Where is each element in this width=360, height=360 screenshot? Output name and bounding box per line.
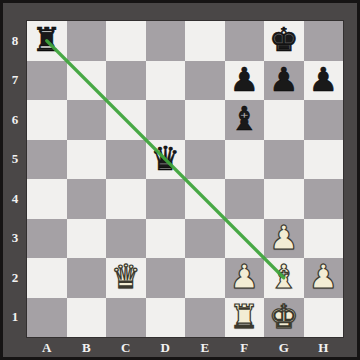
- black-queen-d5[interactable]: ♛: [150, 142, 180, 175]
- square-f7[interactable]: ♟: [225, 61, 265, 101]
- square-e6[interactable]: [185, 100, 225, 140]
- rank-label-8: 8: [3, 21, 27, 61]
- square-e2[interactable]: [185, 258, 225, 298]
- square-e3[interactable]: [185, 219, 225, 259]
- square-d7[interactable]: [146, 61, 186, 101]
- square-b2[interactable]: [67, 258, 107, 298]
- square-a4[interactable]: [27, 179, 67, 219]
- square-b1[interactable]: [67, 298, 107, 338]
- square-e5[interactable]: [185, 140, 225, 180]
- square-e8[interactable]: [185, 21, 225, 61]
- square-b7[interactable]: [67, 61, 107, 101]
- file-label-e: E: [185, 337, 225, 358]
- square-d2[interactable]: [146, 258, 186, 298]
- rank-labels: 87654321: [3, 21, 27, 337]
- rank-label-5: 5: [3, 140, 27, 180]
- black-pawn-h7[interactable]: ♟: [308, 63, 338, 96]
- white-pawn-h2[interactable]: ♟: [308, 260, 338, 293]
- square-g3[interactable]: ♟: [264, 219, 304, 259]
- file-label-d: D: [146, 337, 186, 358]
- square-g5[interactable]: [264, 140, 304, 180]
- rank-label-3: 3: [3, 219, 27, 259]
- black-king-g8[interactable]: ♚: [269, 23, 299, 56]
- square-f1[interactable]: ♜: [225, 298, 265, 338]
- square-g2[interactable]: ♝: [264, 258, 304, 298]
- white-queen-c2[interactable]: ♛: [111, 260, 141, 293]
- rank-label-2: 2: [3, 258, 27, 298]
- square-a8[interactable]: ♜: [27, 21, 67, 61]
- square-d1[interactable]: [146, 298, 186, 338]
- square-e4[interactable]: [185, 179, 225, 219]
- square-f5[interactable]: [225, 140, 265, 180]
- rank-label-4: 4: [3, 179, 27, 219]
- black-pawn-f7[interactable]: ♟: [229, 63, 259, 96]
- square-h4[interactable]: [304, 179, 344, 219]
- file-label-f: F: [225, 337, 265, 358]
- square-d6[interactable]: [146, 100, 186, 140]
- square-f2[interactable]: ♟: [225, 258, 265, 298]
- file-label-a: A: [27, 337, 67, 358]
- square-a1[interactable]: [27, 298, 67, 338]
- square-b4[interactable]: [67, 179, 107, 219]
- square-g4[interactable]: [264, 179, 304, 219]
- square-b3[interactable]: [67, 219, 107, 259]
- white-pawn-f2[interactable]: ♟: [229, 260, 259, 293]
- square-h5[interactable]: [304, 140, 344, 180]
- chess-board[interactable]: ♜♚♟♟♟♝♛♟♛♟♝♟♜♚: [27, 21, 343, 337]
- file-label-b: B: [67, 337, 107, 358]
- square-h2[interactable]: ♟: [304, 258, 344, 298]
- square-a3[interactable]: [27, 219, 67, 259]
- rank-label-7: 7: [3, 61, 27, 101]
- chess-board-frame: 87654321 ABCDEFGH ♜♚♟♟♟♝♛♟♛♟♝♟♜♚: [0, 0, 360, 360]
- square-a5[interactable]: [27, 140, 67, 180]
- black-rook-a8[interactable]: ♜: [32, 23, 62, 56]
- square-c5[interactable]: [106, 140, 146, 180]
- square-c8[interactable]: [106, 21, 146, 61]
- square-g6[interactable]: [264, 100, 304, 140]
- file-label-c: C: [106, 337, 146, 358]
- square-b5[interactable]: [67, 140, 107, 180]
- square-h6[interactable]: [304, 100, 344, 140]
- square-f8[interactable]: [225, 21, 265, 61]
- file-label-g: G: [264, 337, 304, 358]
- square-c7[interactable]: [106, 61, 146, 101]
- square-a6[interactable]: [27, 100, 67, 140]
- square-a2[interactable]: [27, 258, 67, 298]
- square-b6[interactable]: [67, 100, 107, 140]
- square-e1[interactable]: [185, 298, 225, 338]
- square-d8[interactable]: [146, 21, 186, 61]
- file-label-h: H: [304, 337, 344, 358]
- square-d4[interactable]: [146, 179, 186, 219]
- square-h8[interactable]: [304, 21, 344, 61]
- file-labels: ABCDEFGH: [27, 337, 343, 358]
- black-bishop-f6[interactable]: ♝: [229, 102, 259, 135]
- white-bishop-g2[interactable]: ♝: [269, 260, 299, 293]
- black-pawn-g7[interactable]: ♟: [269, 63, 299, 96]
- square-f4[interactable]: [225, 179, 265, 219]
- square-f3[interactable]: [225, 219, 265, 259]
- square-h7[interactable]: ♟: [304, 61, 344, 101]
- square-h1[interactable]: [304, 298, 344, 338]
- square-f6[interactable]: ♝: [225, 100, 265, 140]
- square-h3[interactable]: [304, 219, 344, 259]
- white-rook-f1[interactable]: ♜: [229, 300, 259, 333]
- square-d5[interactable]: ♛: [146, 140, 186, 180]
- square-c6[interactable]: [106, 100, 146, 140]
- square-a7[interactable]: [27, 61, 67, 101]
- square-g7[interactable]: ♟: [264, 61, 304, 101]
- square-c1[interactable]: [106, 298, 146, 338]
- square-e7[interactable]: [185, 61, 225, 101]
- square-g1[interactable]: ♚: [264, 298, 304, 338]
- rank-label-6: 6: [3, 100, 27, 140]
- white-pawn-g3[interactable]: ♟: [269, 221, 299, 254]
- square-c2[interactable]: ♛: [106, 258, 146, 298]
- square-d3[interactable]: [146, 219, 186, 259]
- white-king-g1[interactable]: ♚: [269, 300, 299, 333]
- square-c4[interactable]: [106, 179, 146, 219]
- square-b8[interactable]: [67, 21, 107, 61]
- square-c3[interactable]: [106, 219, 146, 259]
- rank-label-1: 1: [3, 298, 27, 338]
- square-g8[interactable]: ♚: [264, 21, 304, 61]
